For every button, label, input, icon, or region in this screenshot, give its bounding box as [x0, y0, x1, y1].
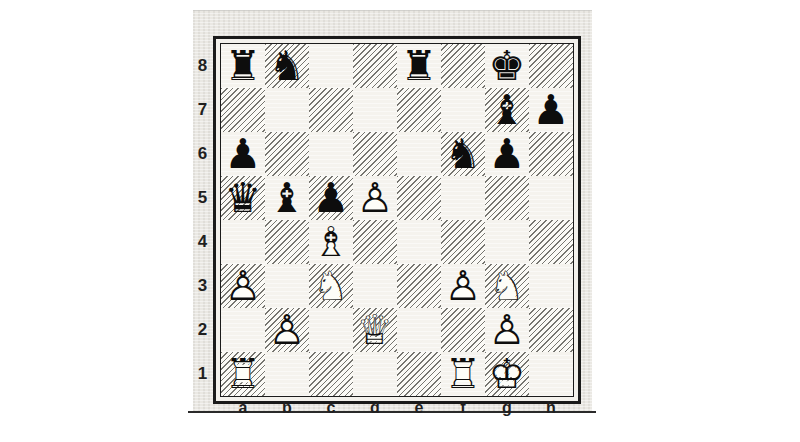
- square-b8[interactable]: ♞: [265, 44, 309, 88]
- square-e6[interactable]: [397, 132, 441, 176]
- rank-label-3: 3: [194, 264, 211, 308]
- file-label-a: a: [221, 400, 265, 416]
- square-e1[interactable]: [397, 352, 441, 396]
- square-f7[interactable]: [441, 88, 485, 132]
- square-g5[interactable]: [485, 176, 529, 220]
- piece-black-knight[interactable]: ♞: [265, 44, 309, 88]
- square-e4[interactable]: [397, 220, 441, 264]
- piece-outline-layer: ♖: [441, 352, 485, 396]
- file-label-b: b: [265, 400, 309, 416]
- piece-outline-layer: ♙: [265, 308, 309, 352]
- rank-labels: 87654321: [194, 44, 211, 396]
- piece-outline-layer: ♘: [309, 264, 353, 308]
- rank-label-8: 8: [194, 44, 211, 88]
- piece-outline-layer: ♙: [485, 308, 529, 352]
- piece-black-rook[interactable]: ♜: [221, 44, 265, 88]
- piece-outline-layer: ♗: [309, 220, 353, 264]
- square-a7[interactable]: [221, 88, 265, 132]
- square-g1[interactable]: ♚♔: [485, 352, 529, 396]
- piece-outline-layer: ♖: [221, 352, 265, 396]
- square-f4[interactable]: [441, 220, 485, 264]
- square-b3[interactable]: [265, 264, 309, 308]
- square-a1[interactable]: ♜♖: [221, 352, 265, 396]
- square-d5[interactable]: ♟♙: [353, 176, 397, 220]
- rank-label-7: 7: [194, 88, 211, 132]
- square-h6[interactable]: [529, 132, 573, 176]
- piece-white-king[interactable]: ♚♔: [485, 352, 529, 396]
- square-e2[interactable]: [397, 308, 441, 352]
- file-label-d: d: [353, 400, 397, 416]
- square-c1[interactable]: [309, 352, 353, 396]
- rank-label-1: 1: [194, 352, 211, 396]
- piece-outline-layer: ♔: [485, 352, 529, 396]
- piece-outline-layer: ♙: [221, 264, 265, 308]
- piece-white-pawn[interactable]: ♟♙: [265, 308, 309, 352]
- square-b5[interactable]: ♝: [265, 176, 309, 220]
- square-f6[interactable]: ♞: [441, 132, 485, 176]
- page: 87654321 ♜♞♜♚♝♟♟♞♟♛♝♟♟♙♝♗♟♙♞♘♟♙♞♘♟♙♛♕♟♙♜…: [0, 0, 800, 442]
- piece-white-queen[interactable]: ♛♕: [353, 308, 397, 352]
- rank-label-6: 6: [194, 132, 211, 176]
- square-h3[interactable]: [529, 264, 573, 308]
- piece-white-knight[interactable]: ♞♘: [485, 264, 529, 308]
- square-e8[interactable]: ♜: [397, 44, 441, 88]
- square-a2[interactable]: [221, 308, 265, 352]
- square-b4[interactable]: [265, 220, 309, 264]
- square-f8[interactable]: [441, 44, 485, 88]
- square-g3[interactable]: ♞♘: [485, 264, 529, 308]
- square-d7[interactable]: [353, 88, 397, 132]
- square-d6[interactable]: [353, 132, 397, 176]
- piece-black-bishop[interactable]: ♝: [485, 88, 529, 132]
- square-d2[interactable]: ♛♕: [353, 308, 397, 352]
- rank-label-4: 4: [194, 220, 211, 264]
- square-e3[interactable]: [397, 264, 441, 308]
- square-c2[interactable]: [309, 308, 353, 352]
- square-f2[interactable]: [441, 308, 485, 352]
- piece-white-rook[interactable]: ♜♖: [221, 352, 265, 396]
- piece-white-pawn[interactable]: ♟♙: [353, 176, 397, 220]
- piece-white-pawn[interactable]: ♟♙: [441, 264, 485, 308]
- square-h4[interactable]: [529, 220, 573, 264]
- square-f1[interactable]: ♜♖: [441, 352, 485, 396]
- square-e7[interactable]: [397, 88, 441, 132]
- square-h7[interactable]: ♟: [529, 88, 573, 132]
- file-label-f: f: [441, 400, 485, 416]
- square-b7[interactable]: [265, 88, 309, 132]
- square-c5[interactable]: ♟: [309, 176, 353, 220]
- square-h1[interactable]: [529, 352, 573, 396]
- piece-black-rook[interactable]: ♜: [397, 44, 441, 88]
- piece-white-rook[interactable]: ♜♖: [441, 352, 485, 396]
- square-g4[interactable]: [485, 220, 529, 264]
- square-d4[interactable]: [353, 220, 397, 264]
- piece-black-queen[interactable]: ♛: [221, 176, 265, 220]
- square-f3[interactable]: ♟♙: [441, 264, 485, 308]
- rank-label-2: 2: [194, 308, 211, 352]
- square-g8[interactable]: ♚: [485, 44, 529, 88]
- square-h8[interactable]: [529, 44, 573, 88]
- square-a8[interactable]: ♜: [221, 44, 265, 88]
- square-a6[interactable]: ♟: [221, 132, 265, 176]
- square-b1[interactable]: [265, 352, 309, 396]
- file-labels: abcdefgh: [221, 400, 573, 416]
- square-b2[interactable]: ♟♙: [265, 308, 309, 352]
- square-c4[interactable]: ♝♗: [309, 220, 353, 264]
- square-g7[interactable]: ♝: [485, 88, 529, 132]
- piece-white-pawn[interactable]: ♟♙: [221, 264, 265, 308]
- piece-outline-layer: ♕: [353, 308, 397, 352]
- piece-black-pawn[interactable]: ♟: [529, 88, 573, 132]
- square-c7[interactable]: [309, 88, 353, 132]
- chess-board: ♜♞♜♚♝♟♟♞♟♛♝♟♟♙♝♗♟♙♞♘♟♙♞♘♟♙♛♕♟♙♜♖♜♖♚♔: [213, 36, 581, 404]
- square-a3[interactable]: ♟♙: [221, 264, 265, 308]
- square-d8[interactable]: [353, 44, 397, 88]
- square-f5[interactable]: [441, 176, 485, 220]
- square-h2[interactable]: [529, 308, 573, 352]
- file-label-c: c: [309, 400, 353, 416]
- piece-black-pawn[interactable]: ♟: [221, 132, 265, 176]
- square-a5[interactable]: ♛: [221, 176, 265, 220]
- piece-outline-layer: ♘: [485, 264, 529, 308]
- square-c3[interactable]: ♞♘: [309, 264, 353, 308]
- piece-black-bishop[interactable]: ♝: [265, 176, 309, 220]
- square-d1[interactable]: [353, 352, 397, 396]
- piece-black-pawn[interactable]: ♟: [309, 176, 353, 220]
- board-inner-border: ♜♞♜♚♝♟♟♞♟♛♝♟♟♙♝♗♟♙♞♘♟♙♞♘♟♙♛♕♟♙♜♖♜♖♚♔: [220, 43, 574, 397]
- piece-white-pawn[interactable]: ♟♙: [485, 308, 529, 352]
- square-h5[interactable]: [529, 176, 573, 220]
- square-c8[interactable]: [309, 44, 353, 88]
- file-label-e: e: [397, 400, 441, 416]
- file-label-h: h: [529, 400, 573, 416]
- board-grid: ♜♞♜♚♝♟♟♞♟♛♝♟♟♙♝♗♟♙♞♘♟♙♞♘♟♙♛♕♟♙♜♖♜♖♚♔: [221, 44, 573, 396]
- rank-label-5: 5: [194, 176, 211, 220]
- square-d3[interactable]: [353, 264, 397, 308]
- piece-black-king[interactable]: ♚: [485, 44, 529, 88]
- piece-white-knight[interactable]: ♞♘: [309, 264, 353, 308]
- piece-black-pawn[interactable]: ♟: [485, 132, 529, 176]
- square-e5[interactable]: [397, 176, 441, 220]
- piece-outline-layer: ♙: [441, 264, 485, 308]
- square-g2[interactable]: ♟♙: [485, 308, 529, 352]
- piece-outline-layer: ♙: [353, 176, 397, 220]
- piece-white-bishop[interactable]: ♝♗: [309, 220, 353, 264]
- square-b6[interactable]: [265, 132, 309, 176]
- file-label-g: g: [485, 400, 529, 416]
- piece-black-knight[interactable]: ♞: [441, 132, 485, 176]
- square-g6[interactable]: ♟: [485, 132, 529, 176]
- square-a4[interactable]: [221, 220, 265, 264]
- square-c6[interactable]: [309, 132, 353, 176]
